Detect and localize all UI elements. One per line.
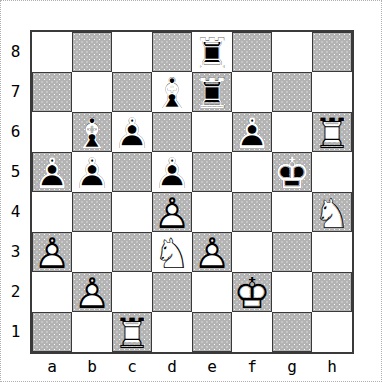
- piece-white-rook-h6[interactable]: ♜♖: [312, 112, 352, 152]
- square-e5[interactable]: [192, 152, 232, 192]
- pawn-glyph-fill: ♟: [72, 272, 112, 312]
- square-g8[interactable]: [272, 32, 312, 72]
- square-e2[interactable]: [192, 272, 232, 312]
- pawn-glyph-fill: ♟: [192, 232, 232, 272]
- square-f8[interactable]: [232, 32, 272, 72]
- pawn-glyph-outline: ♙: [32, 152, 72, 192]
- square-a4[interactable]: [32, 192, 72, 232]
- piece-white-rook-c1[interactable]: ♜♖: [112, 312, 152, 352]
- file-label-c: c: [112, 355, 152, 379]
- pawn-glyph-fill: ♟: [152, 152, 192, 192]
- piece-black-pawn-a5[interactable]: ♟♙: [32, 152, 72, 192]
- square-h8[interactable]: [312, 32, 352, 72]
- piece-black-pawn-b5[interactable]: ♟♙: [72, 152, 112, 192]
- rook-glyph-fill: ♜: [312, 112, 352, 152]
- bishop-glyph-fill: ♝: [72, 112, 112, 152]
- piece-white-king-f2[interactable]: ♚♔: [232, 272, 272, 312]
- piece-black-king-g5[interactable]: ♚♔: [272, 152, 312, 192]
- rook-glyph-fill: ♜: [112, 312, 152, 352]
- pawn-glyph-outline: ♙: [112, 112, 152, 152]
- king-glyph-fill: ♚: [272, 152, 312, 192]
- rook-glyph-fill: ♜: [192, 32, 232, 72]
- square-e6[interactable]: [192, 112, 232, 152]
- file-label-e: e: [192, 355, 232, 379]
- square-b8[interactable]: [72, 32, 112, 72]
- square-f7[interactable]: [232, 72, 272, 112]
- rook-glyph-outline: ♖: [312, 112, 352, 152]
- pawn-glyph-outline: ♙: [232, 112, 272, 152]
- chess-diagram: 87654321 ♜♖♝♗♜♖♝♗♟♙♟♙♜♖♟♙♟♙♟♙♚♔♟♙♞♘♟♙♞♘♟…: [0, 0, 382, 382]
- square-h5[interactable]: [312, 152, 352, 192]
- square-g1[interactable]: [272, 312, 312, 352]
- piece-white-knight-h4[interactable]: ♞♘: [312, 192, 352, 232]
- pawn-glyph-outline: ♙: [152, 192, 192, 232]
- king-glyph-outline: ♔: [232, 272, 272, 312]
- piece-black-bishop-b6[interactable]: ♝♗: [72, 112, 112, 152]
- file-label-g: g: [272, 355, 312, 379]
- rank-label-3: 3: [2, 232, 29, 272]
- rank-label-6: 6: [2, 112, 29, 152]
- square-h3[interactable]: [312, 232, 352, 272]
- square-g6[interactable]: [272, 112, 312, 152]
- square-a2[interactable]: [32, 272, 72, 312]
- pawn-glyph-outline: ♙: [192, 232, 232, 272]
- pawn-glyph-fill: ♟: [72, 152, 112, 192]
- pawn-glyph-outline: ♙: [32, 232, 72, 272]
- square-h2[interactable]: [312, 272, 352, 312]
- piece-black-pawn-f6[interactable]: ♟♙: [232, 112, 272, 152]
- knight-glyph-outline: ♘: [152, 232, 192, 272]
- rank-label-4: 4: [2, 192, 29, 232]
- pawn-glyph-outline: ♙: [72, 272, 112, 312]
- king-glyph-fill: ♚: [232, 272, 272, 312]
- rank-label-5: 5: [2, 152, 29, 192]
- piece-black-pawn-d5[interactable]: ♟♙: [152, 152, 192, 192]
- pawn-glyph-outline: ♙: [72, 152, 112, 192]
- square-f3[interactable]: [232, 232, 272, 272]
- rook-glyph-outline: ♖: [112, 312, 152, 352]
- square-f1[interactable]: [232, 312, 272, 352]
- square-a1[interactable]: [32, 312, 72, 352]
- pawn-glyph-fill: ♟: [32, 152, 72, 192]
- pawn-glyph-outline: ♙: [152, 152, 192, 192]
- knight-glyph-fill: ♞: [312, 192, 352, 232]
- square-b3[interactable]: [72, 232, 112, 272]
- square-d2[interactable]: [152, 272, 192, 312]
- piece-white-knight-d3[interactable]: ♞♘: [152, 232, 192, 272]
- square-h7[interactable]: [312, 72, 352, 112]
- square-b7[interactable]: [72, 72, 112, 112]
- chess-board: ♜♖♝♗♜♖♝♗♟♙♟♙♜♖♟♙♟♙♟♙♚♔♟♙♞♘♟♙♞♘♟♙♟♙♚♔♜♖: [30, 30, 354, 354]
- square-e1[interactable]: [192, 312, 232, 352]
- rook-glyph-fill: ♜: [192, 72, 232, 112]
- square-a8[interactable]: [32, 32, 72, 72]
- square-c7[interactable]: [112, 72, 152, 112]
- king-glyph-outline: ♔: [272, 152, 312, 192]
- square-a6[interactable]: [32, 112, 72, 152]
- pawn-glyph-fill: ♟: [232, 112, 272, 152]
- square-h1[interactable]: [312, 312, 352, 352]
- square-b4[interactable]: [72, 192, 112, 232]
- rank-label-1: 1: [2, 312, 29, 352]
- file-label-d: d: [152, 355, 192, 379]
- file-label-h: h: [312, 355, 352, 379]
- pawn-glyph-fill: ♟: [152, 192, 192, 232]
- bishop-glyph-fill: ♝: [152, 72, 192, 112]
- square-c3[interactable]: [112, 232, 152, 272]
- square-c4[interactable]: [112, 192, 152, 232]
- square-g4[interactable]: [272, 192, 312, 232]
- square-f4[interactable]: [232, 192, 272, 232]
- square-b1[interactable]: [72, 312, 112, 352]
- square-g3[interactable]: [272, 232, 312, 272]
- piece-black-rook-e8[interactable]: ♜♖: [192, 32, 232, 72]
- rank-label-8: 8: [2, 32, 29, 72]
- piece-black-rook-e7[interactable]: ♜♖: [192, 72, 232, 112]
- piece-white-pawn-d4[interactable]: ♟♙: [152, 192, 192, 232]
- piece-black-pawn-c6[interactable]: ♟♙: [112, 112, 152, 152]
- square-e4[interactable]: [192, 192, 232, 232]
- pawn-glyph-fill: ♟: [32, 232, 72, 272]
- knight-glyph-fill: ♞: [152, 232, 192, 272]
- piece-white-pawn-b2[interactable]: ♟♙: [72, 272, 112, 312]
- rook-glyph-outline: ♖: [192, 32, 232, 72]
- square-c5[interactable]: [112, 152, 152, 192]
- knight-glyph-outline: ♘: [312, 192, 352, 232]
- bishop-glyph-outline: ♗: [72, 112, 112, 152]
- square-c2[interactable]: [112, 272, 152, 312]
- rank-label-7: 7: [2, 72, 29, 112]
- piece-white-pawn-e3[interactable]: ♟♙: [192, 232, 232, 272]
- square-g2[interactable]: [272, 272, 312, 312]
- piece-white-pawn-a3[interactable]: ♟♙: [32, 232, 72, 272]
- rank-label-2: 2: [2, 272, 29, 312]
- square-d1[interactable]: [152, 312, 192, 352]
- square-c8[interactable]: [112, 32, 152, 72]
- pawn-glyph-fill: ♟: [112, 112, 152, 152]
- file-label-f: f: [232, 355, 272, 379]
- rook-glyph-outline: ♖: [192, 72, 232, 112]
- bishop-glyph-outline: ♗: [152, 72, 192, 112]
- square-a7[interactable]: [32, 72, 72, 112]
- file-label-a: a: [32, 355, 72, 379]
- square-g7[interactable]: [272, 72, 312, 112]
- square-f5[interactable]: [232, 152, 272, 192]
- square-d6[interactable]: [152, 112, 192, 152]
- square-d8[interactable]: [152, 32, 192, 72]
- piece-black-bishop-d7[interactable]: ♝♗: [152, 72, 192, 112]
- file-label-b: b: [72, 355, 112, 379]
